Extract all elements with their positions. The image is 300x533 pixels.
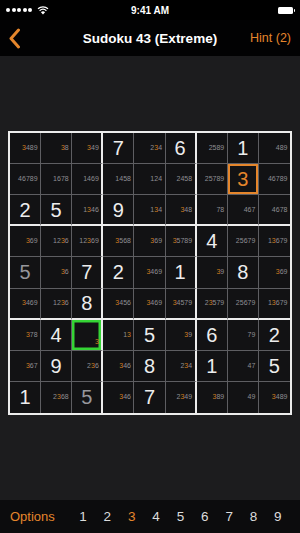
candidate-digits: 236: [87, 351, 99, 381]
cell-r2c1[interactable]: 4678 9: [10, 164, 41, 195]
cell-r9c1[interactable]: 1: [10, 382, 41, 413]
candidate-digits: 4678: [272, 195, 288, 224]
candidate-digits: 369: [26, 226, 38, 256]
placed-digit: 6: [206, 325, 217, 345]
options-button[interactable]: Options: [10, 509, 55, 524]
cell-r1c1[interactable]: 3489: [10, 133, 41, 164]
cell-r6c6[interactable]: 3457 9: [166, 289, 197, 320]
cell-r6c7[interactable]: 2357 9: [197, 289, 228, 320]
placed-digit: 4: [51, 325, 62, 345]
candidate-digits: 134: [150, 195, 162, 224]
cell-r6c1[interactable]: 3469: [10, 289, 41, 320]
candidate-digits: 13679: [268, 226, 288, 256]
candidate-digits: 2578 9: [205, 164, 225, 194]
candidate-digits: 3: [95, 320, 99, 350]
cell-r5c6[interactable]: 1: [166, 257, 197, 288]
candidate-digits: 349: [87, 133, 99, 163]
cell-r3c4[interactable]: 9: [103, 195, 134, 226]
cell-r5c5[interactable]: 3469: [134, 257, 165, 288]
placed-digit: 1: [237, 138, 248, 158]
candidate-digits: 489: [276, 133, 288, 163]
cell-r4c5[interactable]: 369: [134, 226, 165, 257]
cell-r2c5[interactable]: 124: [134, 164, 165, 195]
cell-r6c5[interactable]: 3469: [134, 289, 165, 320]
cell-r5c3[interactable]: 7: [72, 257, 103, 288]
candidate-digits: 2357 9: [205, 289, 225, 318]
digit-6-button[interactable]: 6: [193, 509, 217, 524]
page-title: Sudoku 43 (Extreme): [83, 31, 217, 46]
placed-digit: 2: [113, 262, 124, 282]
cell-r1c4[interactable]: 7: [103, 133, 134, 164]
battery-icon: [278, 7, 295, 14]
cell-r6c4[interactable]: 3456: [103, 289, 134, 320]
candidate-digits: 2589: [209, 133, 225, 163]
nav-bar: Sudoku 43 (Extreme) Hint (2): [0, 20, 300, 56]
placed-digit: 1: [19, 387, 30, 407]
cell-r1c6[interactable]: 6: [166, 133, 197, 164]
candidate-digits: 467: [244, 195, 256, 224]
cell-r6c3[interactable]: 8: [72, 289, 103, 320]
cell-r8c7[interactable]: 1: [197, 351, 228, 382]
cell-r9c4[interactable]: 346: [103, 382, 134, 413]
candidate-digits: 79: [248, 320, 256, 350]
candidate-digits: 3469: [146, 289, 162, 318]
candidate-digits: 49: [248, 382, 256, 413]
candidate-digits: 348: [180, 195, 192, 224]
candidate-digits: 2567 9: [236, 226, 256, 256]
cell-r6c9[interactable]: 13679: [259, 289, 290, 320]
cell-r2c7[interactable]: 2578 9: [197, 164, 228, 195]
candidate-digits: 369: [276, 257, 288, 287]
cell-r8c6[interactable]: 234: [166, 351, 197, 382]
candidate-digits: 1458: [115, 164, 131, 194]
cell-r4c8[interactable]: 2567 9: [228, 226, 259, 257]
candidate-digits: 47: [248, 351, 256, 381]
placed-digit: 8: [81, 293, 92, 313]
back-button[interactable]: [8, 28, 21, 49]
cell-r4c6[interactable]: 3578 9: [166, 226, 197, 257]
placed-digit: 3: [237, 169, 248, 189]
hint-button[interactable]: Hint (2): [250, 31, 291, 45]
placed-digit: 1: [175, 262, 186, 282]
candidate-digits: 367: [26, 351, 38, 381]
candidate-digits: 1236 9: [79, 226, 99, 256]
candidate-digits: 1678: [53, 164, 69, 194]
cell-r1c2[interactable]: 38: [41, 133, 72, 164]
cell-r7c4[interactable]: 13: [103, 320, 134, 351]
cell-r3c2[interactable]: 5: [41, 195, 72, 226]
placed-digit: 9: [51, 356, 62, 376]
placed-digit: 5: [19, 262, 30, 282]
cell-r1c9[interactable]: 489: [259, 133, 290, 164]
candidate-digits: 39: [216, 257, 224, 287]
cell-r6c2[interactable]: 1236: [41, 289, 72, 320]
cell-r9c3[interactable]: 5: [72, 382, 103, 413]
cell-r2c4[interactable]: 1458: [103, 164, 134, 195]
sudoku-board: 34893834972346258914894678 9167814691458…: [8, 131, 292, 415]
cell-r7c7[interactable]: 6: [197, 320, 228, 351]
cell-r8c3[interactable]: 236: [72, 351, 103, 382]
candidate-digits: 3568: [115, 226, 131, 256]
cell-r6c8[interactable]: 2567 9: [228, 289, 259, 320]
candidate-digits: 1346: [83, 195, 99, 224]
digit-4-button[interactable]: 4: [144, 509, 168, 524]
cell-r5c2[interactable]: 36: [41, 257, 72, 288]
status-time: 9:41 AM: [0, 5, 300, 16]
placed-digit: 1: [206, 356, 217, 376]
cell-r3c3[interactable]: 1346: [72, 195, 103, 226]
digit-2-button[interactable]: 2: [95, 509, 119, 524]
candidate-digits: 13: [123, 320, 131, 350]
cell-r8c8[interactable]: 47: [228, 351, 259, 382]
cell-r5c4[interactable]: 2: [103, 257, 134, 288]
cell-r2c9[interactable]: 4678 9: [259, 164, 290, 195]
cell-r7c6[interactable]: 39: [166, 320, 197, 351]
candidate-digits: 4678 9: [18, 164, 38, 194]
placed-digit: 8: [237, 262, 248, 282]
cell-r8c1[interactable]: 367: [10, 351, 41, 382]
cell-r4c2[interactable]: 1236: [41, 226, 72, 257]
cell-r7c3[interactable]: 3: [72, 320, 103, 351]
candidate-digits: 2349: [177, 382, 193, 413]
cell-r8c5[interactable]: 8: [134, 351, 165, 382]
candidate-digits: 3489: [22, 133, 38, 163]
candidate-digits: 3469: [146, 257, 162, 287]
candidate-digits: 1236: [53, 289, 69, 318]
cell-r9c5[interactable]: 7: [134, 382, 165, 413]
cell-r1c7[interactable]: 2589: [197, 133, 228, 164]
placed-digit: 5: [144, 325, 155, 345]
cell-r3c6[interactable]: 348: [166, 195, 197, 226]
digit-9-button[interactable]: 9: [266, 509, 290, 524]
candidate-digits: 2567 9: [236, 289, 256, 318]
cell-r2c2[interactable]: 1678: [41, 164, 72, 195]
cell-r9c2[interactable]: 2368: [41, 382, 72, 413]
candidate-digits: 3578 9: [173, 226, 193, 256]
cell-r7c2[interactable]: 4: [41, 320, 72, 351]
status-bar: 9:41 AM: [0, 0, 300, 20]
placed-digit: 7: [113, 138, 124, 158]
cell-r1c5[interactable]: 234: [134, 133, 165, 164]
cell-r4c9[interactable]: 13679: [259, 226, 290, 257]
chevron-left-icon: [8, 28, 21, 49]
cell-r9c9[interactable]: 3489: [259, 382, 290, 413]
cell-r9c6[interactable]: 2349: [166, 382, 197, 413]
cell-r5c8[interactable]: 8: [228, 257, 259, 288]
candidate-digits: 234: [180, 351, 192, 381]
cell-r7c8[interactable]: 79: [228, 320, 259, 351]
placed-digit: 4: [206, 231, 217, 251]
placed-digit: 8: [144, 356, 155, 376]
candidate-digits: 3469: [22, 289, 38, 318]
cell-r9c7[interactable]: 389: [197, 382, 228, 413]
cell-r5c7[interactable]: 39: [197, 257, 228, 288]
placed-digit: 2: [19, 200, 30, 220]
candidate-digits: 39: [184, 320, 192, 350]
number-bar: Options 123456789: [0, 500, 300, 533]
cell-r5c1[interactable]: 5: [10, 257, 41, 288]
candidate-digits: 1469: [83, 164, 99, 194]
digit-7-button[interactable]: 7: [217, 509, 241, 524]
placed-digit: 7: [81, 262, 92, 282]
cell-r2c3[interactable]: 1469: [72, 164, 103, 195]
cell-r8c4[interactable]: 346: [103, 351, 134, 382]
placed-digit: 5: [81, 387, 92, 407]
digit-3-button[interactable]: 3: [120, 509, 144, 524]
candidate-digits: 3457 9: [173, 289, 193, 318]
candidate-digits: 13679: [268, 289, 288, 318]
cell-r7c5[interactable]: 5: [134, 320, 165, 351]
cell-r3c5[interactable]: 134: [134, 195, 165, 226]
candidate-digits: 378: [26, 320, 38, 350]
candidate-digits: 36: [61, 257, 69, 287]
placed-digit: 6: [175, 138, 186, 158]
candidate-digits: 234: [150, 133, 162, 163]
digit-buttons: 123456789: [71, 509, 290, 524]
placed-digit: 9: [113, 200, 124, 220]
placed-digit: 7: [144, 387, 155, 407]
cell-r5c9[interactable]: 369: [259, 257, 290, 288]
candidate-digits: 78: [216, 195, 224, 224]
candidate-digits: 124: [150, 164, 162, 194]
candidate-digits: 346: [119, 382, 131, 413]
placed-digit: 5: [269, 356, 280, 376]
candidate-digits: 4678 9: [268, 164, 288, 194]
cell-r8c2[interactable]: 9: [41, 351, 72, 382]
candidate-digits: 2458: [177, 164, 193, 194]
cell-r2c6[interactable]: 2458: [166, 164, 197, 195]
digit-5-button[interactable]: 5: [168, 509, 192, 524]
candidate-digits: 389: [213, 382, 225, 413]
placed-digit: 5: [51, 200, 62, 220]
candidate-digits: 369: [150, 226, 162, 256]
cell-r1c3[interactable]: 349: [72, 133, 103, 164]
candidate-digits: 346: [119, 351, 131, 381]
cell-r8c9[interactable]: 5: [259, 351, 290, 382]
candidate-digits: 3489: [272, 382, 288, 413]
candidate-digits: 2368: [53, 382, 69, 413]
cell-r4c4[interactable]: 3568: [103, 226, 134, 257]
cell-r4c7[interactable]: 4: [197, 226, 228, 257]
cell-r3c8[interactable]: 467: [228, 195, 259, 226]
digit-1-button[interactable]: 1: [71, 509, 95, 524]
cell-r7c1[interactable]: 378: [10, 320, 41, 351]
candidate-digits: 38: [61, 133, 69, 163]
cell-r3c7[interactable]: 78: [197, 195, 228, 226]
cell-r2c8[interactable]: 3: [228, 164, 259, 195]
placed-digit: 2: [269, 325, 280, 345]
digit-8-button[interactable]: 8: [241, 509, 265, 524]
cell-r3c1[interactable]: 2: [10, 195, 41, 226]
cell-r4c3[interactable]: 1236 9: [72, 226, 103, 257]
candidate-digits: 3456: [115, 289, 131, 318]
cell-r3c9[interactable]: 4678: [259, 195, 290, 226]
cell-r1c8[interactable]: 1: [228, 133, 259, 164]
candidate-digits: 1236: [53, 226, 69, 256]
cell-r9c8[interactable]: 49: [228, 382, 259, 413]
cell-r7c9[interactable]: 2: [259, 320, 290, 351]
cell-r4c1[interactable]: 369: [10, 226, 41, 257]
